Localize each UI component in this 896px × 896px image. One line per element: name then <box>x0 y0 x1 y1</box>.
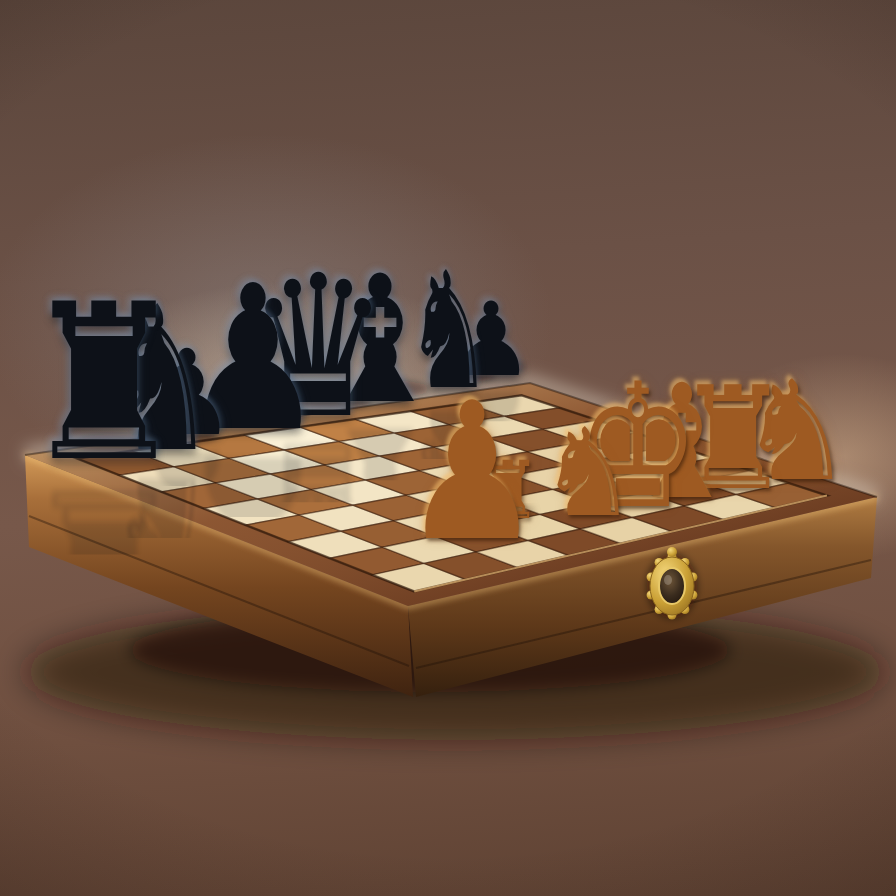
wood-pawn-b1[interactable]: ♟ <box>402 378 542 568</box>
pieces-layer: ♟♟♞♞♝♝♛♛♟♟♟♟♞♞♜♜♞♜♝♚♞♜♟ <box>0 0 896 896</box>
chess-photo-scene: ♟♟♞♞♝♝♛♛♟♟♟♟♞♞♜♜♞♜♝♚♞♜♟ <box>0 0 896 896</box>
wood-knight-d1[interactable]: ♞ <box>540 412 636 534</box>
wood-n-glyph: ♞ <box>540 412 636 534</box>
black-rook-b8[interactable]: ♜♜ <box>22 276 187 492</box>
piece-reflection: ♜ <box>22 458 187 674</box>
wood-p-glyph: ♟ <box>402 378 542 568</box>
